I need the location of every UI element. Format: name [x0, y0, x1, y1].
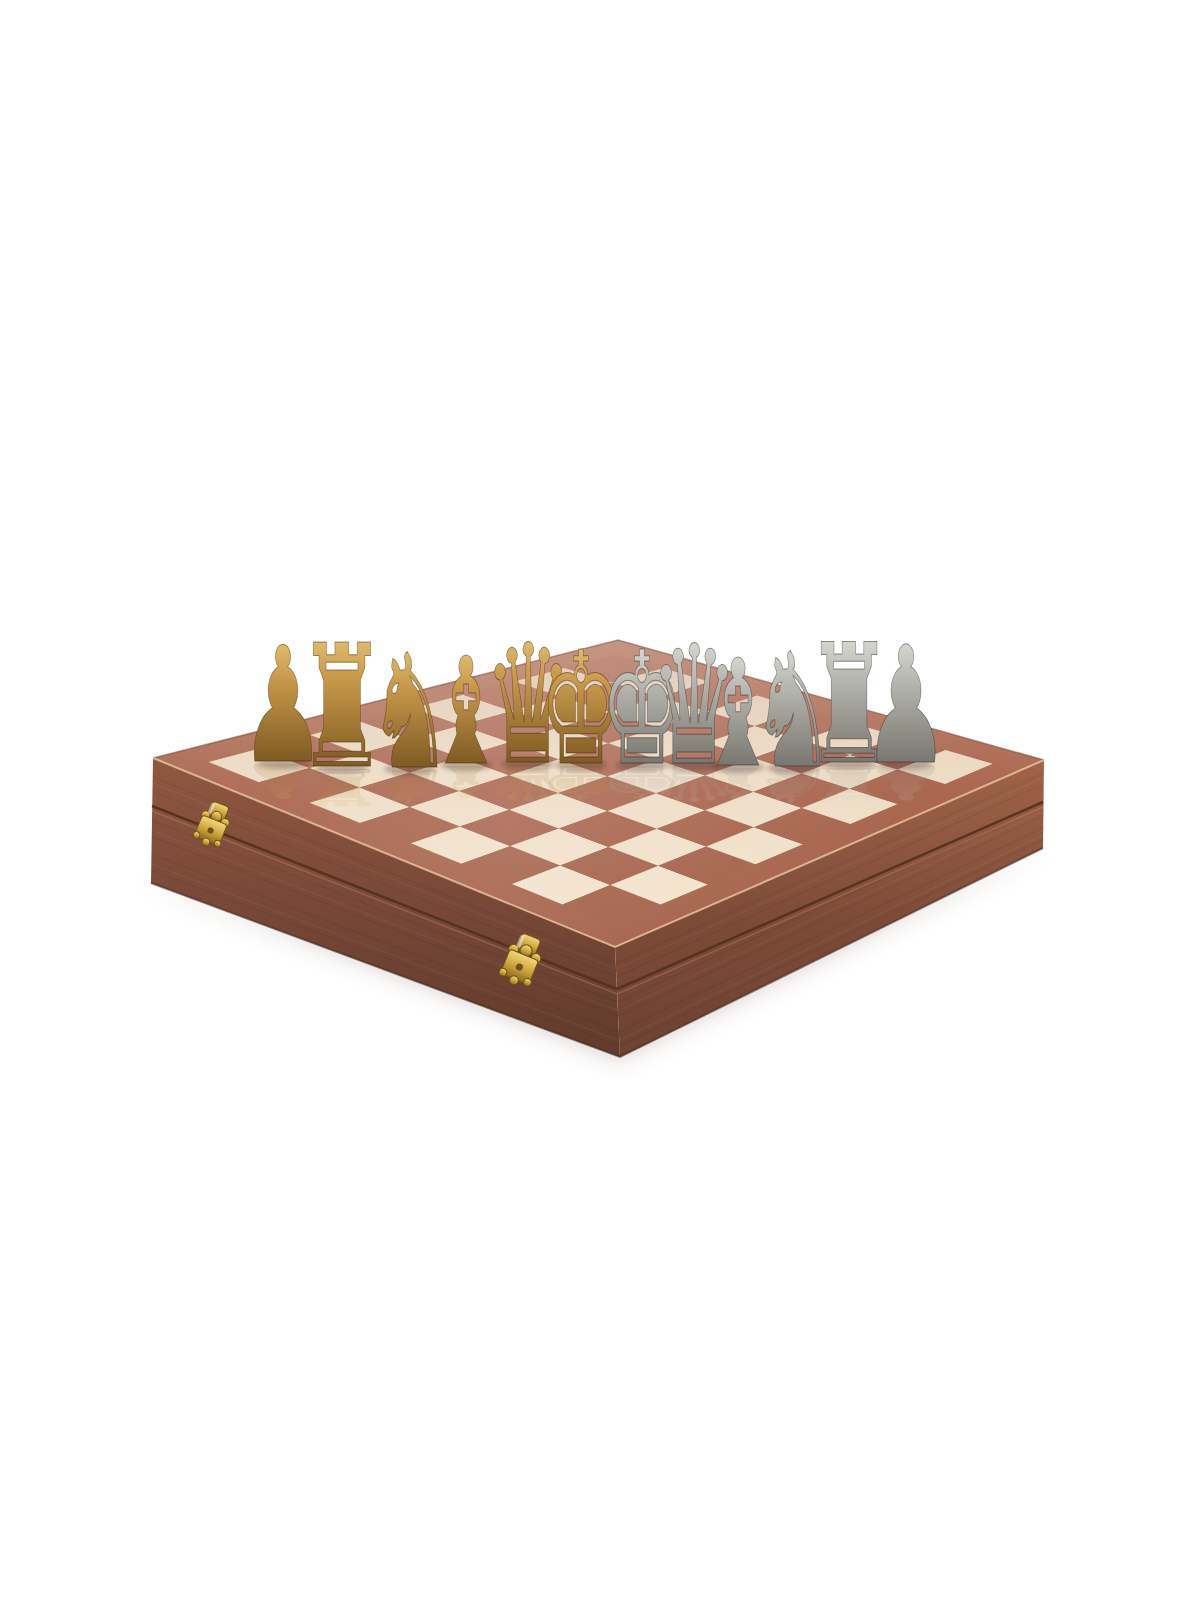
chess-set-scene: ♟♟♜♜♞♞♝♝♛♛♚♚♚♚♛♛♝♝♞♞♜♜♟♟	[0, 0, 1200, 1600]
piece-reflection: ♟	[862, 754, 949, 810]
product-photo: ♟♟♜♜♞♞♝♝♛♛♚♚♚♚♛♛♝♝♞♞♜♜♟♟	[0, 0, 1200, 1600]
